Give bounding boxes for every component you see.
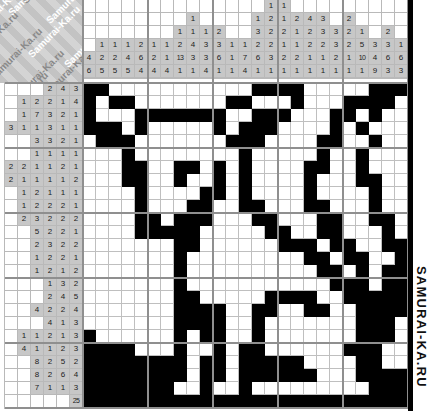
grid-cell[interactable] — [83, 304, 96, 317]
grid-cell[interactable] — [96, 187, 109, 200]
grid-cell[interactable] — [161, 356, 174, 369]
grid-cell[interactable] — [83, 252, 96, 265]
grid-cell[interactable] — [122, 369, 135, 382]
grid-cell[interactable] — [122, 317, 135, 330]
grid-cell[interactable] — [226, 135, 239, 148]
grid-cell[interactable] — [96, 252, 109, 265]
grid-cell[interactable] — [304, 122, 317, 135]
grid-cell[interactable] — [174, 369, 187, 382]
grid-cell[interactable] — [226, 265, 239, 278]
grid-cell[interactable] — [213, 356, 226, 369]
grid-cell[interactable] — [135, 96, 148, 109]
grid-cell[interactable] — [395, 382, 408, 395]
grid-cell[interactable] — [109, 343, 122, 356]
grid-cell[interactable] — [83, 343, 96, 356]
grid-cell[interactable] — [252, 265, 265, 278]
grid-cell[interactable] — [278, 226, 291, 239]
grid-cell[interactable] — [109, 226, 122, 239]
grid-cell[interactable] — [356, 96, 369, 109]
grid-cell[interactable] — [252, 304, 265, 317]
grid-cell[interactable] — [96, 265, 109, 278]
grid-cell[interactable] — [343, 343, 356, 356]
grid-cell[interactable] — [174, 226, 187, 239]
grid-cell[interactable] — [291, 161, 304, 174]
grid-cell[interactable] — [200, 304, 213, 317]
grid-cell[interactable] — [187, 356, 200, 369]
grid-cell[interactable] — [200, 369, 213, 382]
grid-cell[interactable] — [109, 317, 122, 330]
grid-cell[interactable] — [369, 252, 382, 265]
grid-cell[interactable] — [356, 278, 369, 291]
grid-cell[interactable] — [330, 83, 343, 96]
grid-cell[interactable] — [330, 343, 343, 356]
grid-cell[interactable] — [369, 83, 382, 96]
grid-cell[interactable] — [252, 330, 265, 343]
grid-cell[interactable] — [161, 291, 174, 304]
grid-cell[interactable] — [174, 317, 187, 330]
grid-cell[interactable] — [213, 226, 226, 239]
grid-cell[interactable] — [83, 278, 96, 291]
grid-cell[interactable] — [174, 83, 187, 96]
grid-cell[interactable] — [343, 382, 356, 395]
grid-cell[interactable] — [304, 356, 317, 369]
grid-cell[interactable] — [226, 317, 239, 330]
grid-cell[interactable] — [109, 395, 122, 408]
grid-cell[interactable] — [265, 226, 278, 239]
grid-cell[interactable] — [109, 291, 122, 304]
grid-cell[interactable] — [174, 200, 187, 213]
grid-cell[interactable] — [369, 278, 382, 291]
grid-cell[interactable] — [83, 239, 96, 252]
grid-cell[interactable] — [330, 382, 343, 395]
grid-cell[interactable] — [200, 330, 213, 343]
grid-cell[interactable] — [278, 252, 291, 265]
grid-cell[interactable] — [226, 96, 239, 109]
grid-cell[interactable] — [291, 122, 304, 135]
grid-cell[interactable] — [226, 382, 239, 395]
grid-cell[interactable] — [382, 369, 395, 382]
grid-cell[interactable] — [330, 278, 343, 291]
grid-cell[interactable] — [330, 148, 343, 161]
grid-cell[interactable] — [200, 356, 213, 369]
grid-cell[interactable] — [200, 343, 213, 356]
grid-cell[interactable] — [135, 343, 148, 356]
grid-cell[interactable] — [213, 200, 226, 213]
grid-cell[interactable] — [395, 148, 408, 161]
grid-cell[interactable] — [213, 278, 226, 291]
grid-cell[interactable] — [122, 291, 135, 304]
grid-cell[interactable] — [200, 187, 213, 200]
grid-cell[interactable] — [122, 265, 135, 278]
grid-cell[interactable] — [265, 369, 278, 382]
grid-cell[interactable] — [135, 291, 148, 304]
grid-cell[interactable] — [200, 317, 213, 330]
grid-cell[interactable] — [239, 252, 252, 265]
grid-cell[interactable] — [356, 239, 369, 252]
grid-cell[interactable] — [187, 187, 200, 200]
grid-cell[interactable] — [291, 317, 304, 330]
grid-cell[interactable] — [174, 304, 187, 317]
grid-cell[interactable] — [252, 161, 265, 174]
grid-cell[interactable] — [395, 304, 408, 317]
grid-cell[interactable] — [83, 200, 96, 213]
grid-cell[interactable] — [343, 395, 356, 408]
grid-cell[interactable] — [96, 174, 109, 187]
grid-cell[interactable] — [226, 174, 239, 187]
grid-cell[interactable] — [252, 109, 265, 122]
grid-cell[interactable] — [369, 122, 382, 135]
grid-cell[interactable] — [278, 356, 291, 369]
grid-cell[interactable] — [226, 148, 239, 161]
grid-cell[interactable] — [148, 265, 161, 278]
grid-cell[interactable] — [330, 187, 343, 200]
grid-cell[interactable] — [382, 174, 395, 187]
grid-cell[interactable] — [278, 317, 291, 330]
grid-cell[interactable] — [161, 187, 174, 200]
grid-cell[interactable] — [122, 252, 135, 265]
grid-cell[interactable] — [265, 382, 278, 395]
grid-cell[interactable] — [343, 122, 356, 135]
grid-cell[interactable] — [304, 343, 317, 356]
grid-cell[interactable] — [161, 239, 174, 252]
grid-cell[interactable] — [343, 356, 356, 369]
grid-cell[interactable] — [226, 291, 239, 304]
grid-cell[interactable] — [330, 200, 343, 213]
grid-cell[interactable] — [187, 213, 200, 226]
grid-cell[interactable] — [369, 382, 382, 395]
grid-cell[interactable] — [161, 317, 174, 330]
grid-cell[interactable] — [356, 187, 369, 200]
grid-cell[interactable] — [395, 109, 408, 122]
grid-cell[interactable] — [83, 109, 96, 122]
grid-cell[interactable] — [122, 148, 135, 161]
grid-cell[interactable] — [83, 96, 96, 109]
grid-cell[interactable] — [382, 356, 395, 369]
grid-cell[interactable] — [96, 96, 109, 109]
grid-cell[interactable] — [304, 239, 317, 252]
grid-cell[interactable] — [148, 317, 161, 330]
grid-cell[interactable] — [382, 395, 395, 408]
grid-cell[interactable] — [278, 265, 291, 278]
grid-cell[interactable] — [278, 187, 291, 200]
grid-cell[interactable] — [278, 148, 291, 161]
grid-cell[interactable] — [343, 96, 356, 109]
grid-cell[interactable] — [109, 148, 122, 161]
grid-cell[interactable] — [278, 200, 291, 213]
grid-cell[interactable] — [395, 369, 408, 382]
grid-cell[interactable] — [135, 122, 148, 135]
grid-cell[interactable] — [265, 252, 278, 265]
grid-cell[interactable] — [200, 161, 213, 174]
grid-cell[interactable] — [122, 239, 135, 252]
grid-cell[interactable] — [96, 161, 109, 174]
grid-cell[interactable] — [278, 174, 291, 187]
grid-cell[interactable] — [226, 278, 239, 291]
grid-cell[interactable] — [356, 382, 369, 395]
grid-cell[interactable] — [213, 161, 226, 174]
grid-cell[interactable] — [317, 96, 330, 109]
grid-cell[interactable] — [278, 83, 291, 96]
grid-cell[interactable] — [265, 239, 278, 252]
grid-cell[interactable] — [200, 135, 213, 148]
grid-cell[interactable] — [330, 239, 343, 252]
grid-cell[interactable] — [369, 226, 382, 239]
grid-cell[interactable] — [356, 291, 369, 304]
grid-cell[interactable] — [122, 382, 135, 395]
grid-cell[interactable] — [174, 213, 187, 226]
grid-cell[interactable] — [239, 356, 252, 369]
grid-cell[interactable] — [135, 226, 148, 239]
grid-cell[interactable] — [135, 109, 148, 122]
grid-cell[interactable] — [174, 148, 187, 161]
grid-cell[interactable] — [96, 148, 109, 161]
grid-cell[interactable] — [343, 226, 356, 239]
grid-cell[interactable] — [83, 356, 96, 369]
grid-cell[interactable] — [213, 96, 226, 109]
grid-cell[interactable] — [148, 356, 161, 369]
grid-cell[interactable] — [304, 330, 317, 343]
grid-cell[interactable] — [109, 330, 122, 343]
grid-cell[interactable] — [395, 239, 408, 252]
grid-cell[interactable] — [213, 395, 226, 408]
grid-cell[interactable] — [304, 382, 317, 395]
grid-cell[interactable] — [356, 252, 369, 265]
grid-cell[interactable] — [395, 343, 408, 356]
grid-cell[interactable] — [252, 148, 265, 161]
grid-cell[interactable] — [135, 317, 148, 330]
grid-cell[interactable] — [265, 356, 278, 369]
grid-cell[interactable] — [161, 213, 174, 226]
grid-cell[interactable] — [265, 330, 278, 343]
grid-cell[interactable] — [174, 291, 187, 304]
grid-cell[interactable] — [356, 109, 369, 122]
grid-cell[interactable] — [135, 213, 148, 226]
grid-cell[interactable] — [330, 96, 343, 109]
grid-cell[interactable] — [369, 200, 382, 213]
grid-cell[interactable] — [213, 330, 226, 343]
grid-cell[interactable] — [382, 239, 395, 252]
grid-cell[interactable] — [369, 330, 382, 343]
grid-cell[interactable] — [239, 135, 252, 148]
grid-cell[interactable] — [109, 278, 122, 291]
grid-cell[interactable] — [369, 265, 382, 278]
grid-cell[interactable] — [278, 369, 291, 382]
grid-cell[interactable] — [343, 161, 356, 174]
grid-cell[interactable] — [96, 109, 109, 122]
grid-cell[interactable] — [226, 109, 239, 122]
grid-cell[interactable] — [161, 135, 174, 148]
grid-cell[interactable] — [226, 226, 239, 239]
grid-cell[interactable] — [135, 304, 148, 317]
grid-cell[interactable] — [109, 356, 122, 369]
grid-cell[interactable] — [356, 356, 369, 369]
grid-cell[interactable] — [109, 83, 122, 96]
grid-cell[interactable] — [239, 96, 252, 109]
grid-cell[interactable] — [369, 356, 382, 369]
grid-cell[interactable] — [291, 330, 304, 343]
grid-cell[interactable] — [330, 291, 343, 304]
grid-cell[interactable] — [226, 252, 239, 265]
grid-cell[interactable] — [265, 148, 278, 161]
grid-cell[interactable] — [265, 395, 278, 408]
grid-cell[interactable] — [187, 161, 200, 174]
grid-cell[interactable] — [369, 369, 382, 382]
grid-cell[interactable] — [148, 200, 161, 213]
grid-cell[interactable] — [83, 161, 96, 174]
grid-cell[interactable] — [213, 174, 226, 187]
grid-cell[interactable] — [291, 83, 304, 96]
grid-cell[interactable] — [109, 174, 122, 187]
grid-cell[interactable] — [304, 83, 317, 96]
grid-cell[interactable] — [356, 213, 369, 226]
grid-cell[interactable] — [109, 200, 122, 213]
grid-cell[interactable] — [317, 174, 330, 187]
grid-cell[interactable] — [213, 317, 226, 330]
grid-cell[interactable] — [200, 174, 213, 187]
grid-cell[interactable] — [148, 343, 161, 356]
grid-cell[interactable] — [382, 213, 395, 226]
grid-cell[interactable] — [96, 343, 109, 356]
grid-cell[interactable] — [174, 161, 187, 174]
grid-cell[interactable] — [200, 382, 213, 395]
grid-cell[interactable] — [200, 278, 213, 291]
grid-cell[interactable] — [265, 135, 278, 148]
grid-cell[interactable] — [265, 200, 278, 213]
grid-cell[interactable] — [200, 395, 213, 408]
grid-cell[interactable] — [226, 395, 239, 408]
grid-cell[interactable] — [135, 278, 148, 291]
grid-cell[interactable] — [174, 356, 187, 369]
grid-cell[interactable] — [226, 356, 239, 369]
grid-cell[interactable] — [161, 122, 174, 135]
grid-cell[interactable] — [395, 317, 408, 330]
grid-cell[interactable] — [382, 200, 395, 213]
grid-cell[interactable] — [356, 226, 369, 239]
grid-cell[interactable] — [109, 239, 122, 252]
grid-cell[interactable] — [395, 395, 408, 408]
grid-cell[interactable] — [356, 135, 369, 148]
grid-cell[interactable] — [291, 252, 304, 265]
grid-cell[interactable] — [278, 382, 291, 395]
grid-cell[interactable] — [174, 96, 187, 109]
grid-cell[interactable] — [148, 226, 161, 239]
grid-cell[interactable] — [343, 369, 356, 382]
grid-cell[interactable] — [265, 122, 278, 135]
grid-cell[interactable] — [382, 304, 395, 317]
grid-cell[interactable] — [252, 382, 265, 395]
grid-cell[interactable] — [265, 317, 278, 330]
grid-cell[interactable] — [304, 278, 317, 291]
grid-cell[interactable] — [239, 83, 252, 96]
grid-cell[interactable] — [187, 252, 200, 265]
grid-cell[interactable] — [226, 200, 239, 213]
grid-cell[interactable] — [122, 174, 135, 187]
grid-cell[interactable] — [395, 213, 408, 226]
grid-cell[interactable] — [317, 135, 330, 148]
grid-cell[interactable] — [161, 369, 174, 382]
grid-cell[interactable] — [252, 395, 265, 408]
grid-cell[interactable] — [83, 369, 96, 382]
grid-cell[interactable] — [395, 174, 408, 187]
grid-cell[interactable] — [187, 369, 200, 382]
grid-cell[interactable] — [96, 291, 109, 304]
grid-cell[interactable] — [343, 265, 356, 278]
grid-cell[interactable] — [291, 369, 304, 382]
grid-cell[interactable] — [369, 109, 382, 122]
grid-cell[interactable] — [200, 83, 213, 96]
grid-cell[interactable] — [317, 304, 330, 317]
grid-cell[interactable] — [161, 252, 174, 265]
grid-cell[interactable] — [317, 148, 330, 161]
grid-cell[interactable] — [122, 343, 135, 356]
grid-cell[interactable] — [356, 148, 369, 161]
grid-cell[interactable] — [395, 135, 408, 148]
grid-cell[interactable] — [395, 200, 408, 213]
grid-cell[interactable] — [239, 174, 252, 187]
grid-cell[interactable] — [265, 109, 278, 122]
grid-cell[interactable] — [200, 122, 213, 135]
grid-cell[interactable] — [148, 109, 161, 122]
grid-cell[interactable] — [356, 330, 369, 343]
grid-cell[interactable] — [148, 187, 161, 200]
grid-cell[interactable] — [187, 135, 200, 148]
grid-cell[interactable] — [356, 395, 369, 408]
grid-cell[interactable] — [265, 304, 278, 317]
grid-cell[interactable] — [304, 304, 317, 317]
grid-cell[interactable] — [304, 174, 317, 187]
grid-cell[interactable] — [226, 304, 239, 317]
grid-cell[interactable] — [291, 356, 304, 369]
grid-cell[interactable] — [395, 278, 408, 291]
grid-cell[interactable] — [252, 187, 265, 200]
grid-cell[interactable] — [213, 109, 226, 122]
grid-cell[interactable] — [200, 226, 213, 239]
grid-cell[interactable] — [382, 161, 395, 174]
grid-cell[interactable] — [382, 226, 395, 239]
grid-cell[interactable] — [187, 304, 200, 317]
grid-cell[interactable] — [343, 239, 356, 252]
grid-cell[interactable] — [278, 278, 291, 291]
grid-cell[interactable] — [148, 174, 161, 187]
grid-cell[interactable] — [330, 174, 343, 187]
grid-cell[interactable] — [122, 187, 135, 200]
grid-cell[interactable] — [135, 187, 148, 200]
grid-cell[interactable] — [382, 96, 395, 109]
grid-cell[interactable] — [226, 83, 239, 96]
grid-cell[interactable] — [382, 317, 395, 330]
grid-cell[interactable] — [395, 330, 408, 343]
grid-cell[interactable] — [213, 369, 226, 382]
grid-cell[interactable] — [83, 226, 96, 239]
grid-cell[interactable] — [304, 135, 317, 148]
grid-cell[interactable] — [317, 395, 330, 408]
grid-cell[interactable] — [135, 174, 148, 187]
grid-cell[interactable] — [330, 317, 343, 330]
grid-cell[interactable] — [122, 96, 135, 109]
grid-cell[interactable] — [148, 96, 161, 109]
grid-cell[interactable] — [187, 200, 200, 213]
grid-cell[interactable] — [239, 265, 252, 278]
grid-cell[interactable] — [382, 148, 395, 161]
grid-cell[interactable] — [252, 291, 265, 304]
grid-cell[interactable] — [291, 239, 304, 252]
grid-cell[interactable] — [330, 395, 343, 408]
grid-cell[interactable] — [330, 226, 343, 239]
grid-cell[interactable] — [317, 109, 330, 122]
grid-cell[interactable] — [83, 265, 96, 278]
grid-cell[interactable] — [148, 135, 161, 148]
grid-cell[interactable] — [161, 148, 174, 161]
